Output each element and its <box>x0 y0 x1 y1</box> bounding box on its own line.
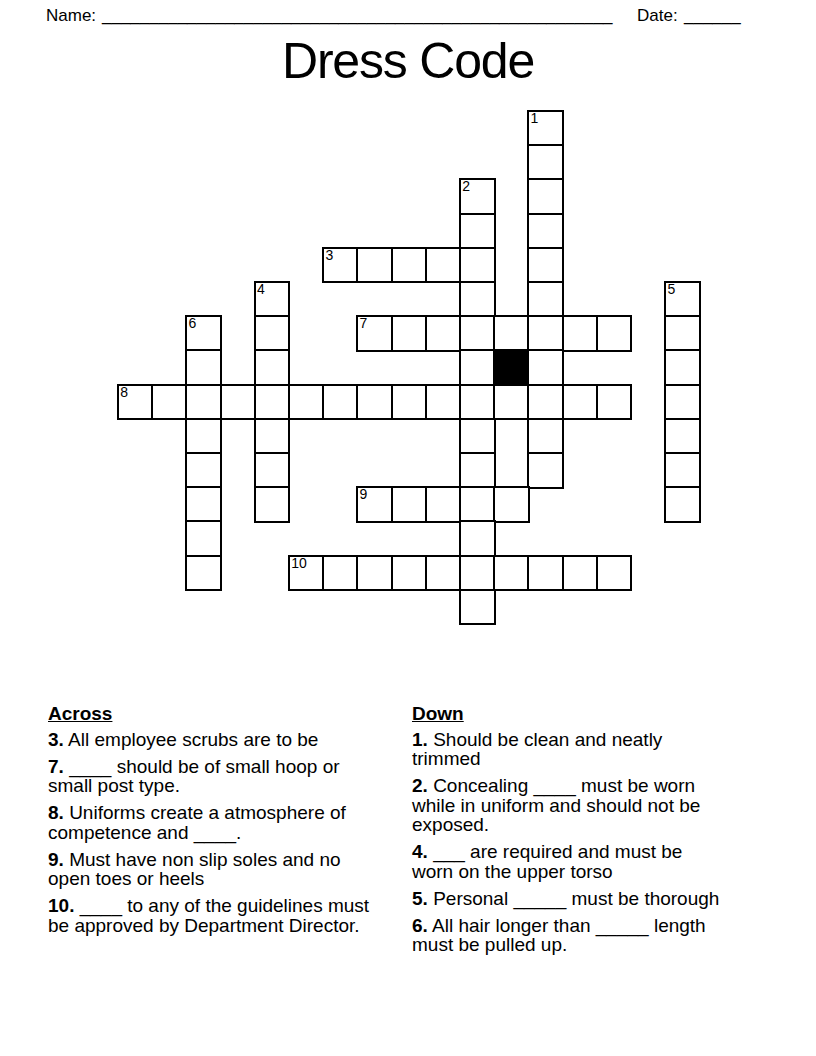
clue-down-1: 1. Should be clean and neatly trimmed <box>412 730 728 769</box>
grid-cell[interactable] <box>664 418 701 455</box>
clue-across-10: 10. ____ to any of the guidelines must b… <box>48 896 373 935</box>
cell-number-6: 6 <box>189 317 197 330</box>
grid-cell[interactable] <box>664 486 701 523</box>
across-clue-list: 3. All employee scrubs are to be7. ____ … <box>48 730 373 936</box>
name-label: Name: <box>46 6 96 26</box>
grid-cell[interactable] <box>288 384 325 421</box>
down-clues-section: Down 1. Should be clean and neatly trimm… <box>412 704 728 962</box>
grid-cell[interactable] <box>356 555 393 592</box>
grid-cell[interactable] <box>527 315 564 352</box>
grid-cell[interactable] <box>527 349 564 386</box>
grid-cell[interactable] <box>151 384 188 421</box>
clue-down-6: 6. All hair longer than _____ length mus… <box>412 916 728 955</box>
clue-number: 3. <box>48 729 64 750</box>
grid-cell[interactable] <box>391 247 428 284</box>
clue-down-4: 4. ___ are required and must be worn on … <box>412 842 728 881</box>
grid-cell[interactable] <box>356 247 393 284</box>
grid-cell[interactable] <box>562 384 599 421</box>
blocked-cell <box>493 349 530 386</box>
grid-cell[interactable] <box>356 384 393 421</box>
grid-cell[interactable] <box>459 589 496 626</box>
grid-cell[interactable] <box>322 384 359 421</box>
cell-number-2: 2 <box>462 180 470 193</box>
cell-number-9: 9 <box>360 488 368 501</box>
grid-cell[interactable] <box>459 247 496 284</box>
grid-cell[interactable] <box>220 384 257 421</box>
clue-down-5: 5. Personal _____ must be thorough <box>412 889 728 909</box>
clue-down-2: 2. Concealing ____ must be worn while in… <box>412 776 728 835</box>
grid-cell[interactable] <box>493 486 530 523</box>
grid-cell[interactable] <box>185 418 222 455</box>
clue-number: 1. <box>412 729 428 750</box>
grid-cell[interactable] <box>527 144 564 181</box>
grid-cell[interactable] <box>527 384 564 421</box>
grid-cell[interactable] <box>391 486 428 523</box>
grid-cell[interactable] <box>425 247 462 284</box>
clue-number: 10. <box>48 895 74 916</box>
grid-cell[interactable] <box>391 555 428 592</box>
clue-number: 6. <box>412 915 428 936</box>
cell-number-7: 7 <box>360 317 368 330</box>
grid-cell[interactable] <box>459 384 496 421</box>
grid-cell[interactable] <box>459 486 496 523</box>
grid-cell[interactable] <box>527 178 564 215</box>
grid-cell[interactable] <box>527 247 564 284</box>
across-header: Across <box>48 704 373 724</box>
grid-cell[interactable] <box>254 418 291 455</box>
grid-cell[interactable] <box>322 555 359 592</box>
clue-number: 9. <box>48 849 64 870</box>
grid-cell[interactable] <box>562 555 599 592</box>
grid-cell[interactable] <box>391 315 428 352</box>
grid-cell[interactable] <box>185 520 222 557</box>
clue-number: 8. <box>48 802 64 823</box>
grid-cell[interactable] <box>664 384 701 421</box>
grid-cell[interactable] <box>254 315 291 352</box>
grid-cell[interactable] <box>254 384 291 421</box>
cell-number-10: 10 <box>291 557 307 570</box>
cell-number-8: 8 <box>120 386 128 399</box>
grid-cell[interactable] <box>459 281 496 318</box>
grid-cell[interactable] <box>459 452 496 489</box>
clue-across-8: 8. Uniforms create a atmosphere of compe… <box>48 803 373 842</box>
grid-cell[interactable] <box>459 555 496 592</box>
grid-cell[interactable] <box>185 555 222 592</box>
grid-cell[interactable] <box>493 384 530 421</box>
grid-cell[interactable] <box>425 555 462 592</box>
cell-number-5: 5 <box>667 283 675 296</box>
grid-cell[interactable] <box>254 486 291 523</box>
down-header: Down <box>412 704 728 724</box>
grid-cell[interactable] <box>459 315 496 352</box>
name-blank-line: ________________________________________… <box>102 6 613 26</box>
grid-cell[interactable] <box>664 315 701 352</box>
clue-across-7: 7. ____ should be of small hoop or small… <box>48 757 373 796</box>
grid-cell[interactable] <box>391 384 428 421</box>
grid-cell[interactable] <box>596 555 633 592</box>
date-label: Date: <box>637 6 678 26</box>
clue-number: 2. <box>412 775 428 796</box>
grid-cell[interactable] <box>664 349 701 386</box>
clue-number: 4. <box>412 841 428 862</box>
cell-number-1: 1 <box>531 112 539 125</box>
grid-cell[interactable] <box>596 315 633 352</box>
grid-cell[interactable] <box>527 452 564 489</box>
cell-number-4: 4 <box>257 283 265 296</box>
grid-cell[interactable] <box>254 452 291 489</box>
clue-number: 5. <box>412 888 428 909</box>
grid-cell[interactable] <box>459 418 496 455</box>
puzzle-title: Dress Code <box>0 36 816 86</box>
grid-cell[interactable] <box>254 349 291 386</box>
grid-cell[interactable] <box>425 315 462 352</box>
clue-number: 7. <box>48 756 64 777</box>
clue-across-9: 9. Must have non slip soles and no open … <box>48 850 373 889</box>
grid-cell[interactable] <box>527 213 564 250</box>
grid-cell[interactable] <box>596 384 633 421</box>
grid-cell[interactable] <box>664 452 701 489</box>
worksheet-page: Name: __________________________________… <box>0 0 816 1056</box>
grid-cell[interactable] <box>527 418 564 455</box>
grid-cell[interactable] <box>459 213 496 250</box>
grid-cell[interactable] <box>527 281 564 318</box>
clue-across-3: 3. All employee scrubs are to be <box>48 730 373 750</box>
grid-cell[interactable] <box>185 452 222 489</box>
grid-cell[interactable] <box>562 315 599 352</box>
grid-cell[interactable] <box>185 486 222 523</box>
grid-cell[interactable] <box>459 349 496 386</box>
grid-cell[interactable] <box>425 384 462 421</box>
date-blank-line: ______ <box>684 6 741 26</box>
grid-cell[interactable] <box>493 315 530 352</box>
grid-cell[interactable] <box>185 349 222 386</box>
cell-number-3: 3 <box>325 249 333 262</box>
grid-cell[interactable] <box>527 555 564 592</box>
down-clue-list: 1. Should be clean and neatly trimmed2. … <box>412 730 728 955</box>
grid-cell[interactable] <box>459 520 496 557</box>
crossword-grid: 12345678910 <box>117 110 701 626</box>
across-clues-section: Across 3. All employee scrubs are to be7… <box>48 704 373 943</box>
grid-cell[interactable] <box>425 486 462 523</box>
grid-cell[interactable] <box>493 555 530 592</box>
grid-cell[interactable] <box>185 384 222 421</box>
